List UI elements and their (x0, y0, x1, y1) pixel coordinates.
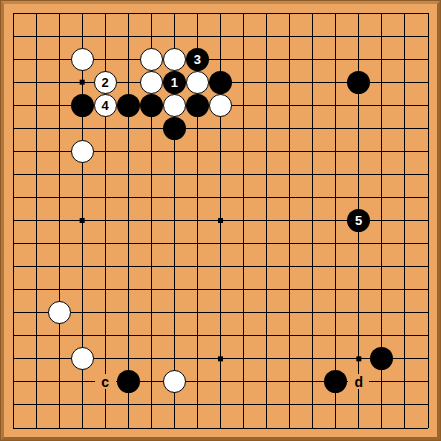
go-board-frame: 32145 cd (0, 0, 441, 441)
point-label-c: c (95, 374, 116, 389)
point-label-d: d (348, 374, 369, 389)
go-board-bevel: 32145 cd (1, 1, 440, 440)
mark-layer: cd (4, 4, 437, 437)
go-board: 32145 cd (4, 4, 437, 437)
